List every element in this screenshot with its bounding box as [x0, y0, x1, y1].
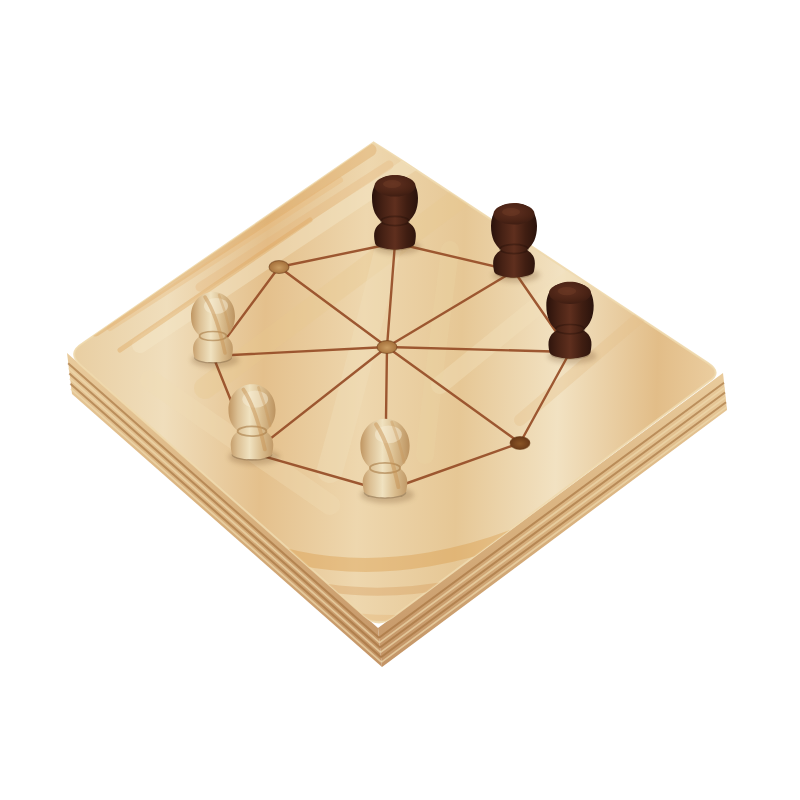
shisima-board [0, 0, 800, 800]
photo-stage [0, 0, 800, 800]
hole-C[interactable] [377, 341, 397, 354]
peg-dark-E[interactable] [546, 282, 596, 364]
hole-SE[interactable] [510, 437, 530, 450]
hole-NW[interactable] [269, 261, 289, 274]
peg-dark-N[interactable] [372, 175, 421, 255]
peg-dark-NE[interactable] [491, 203, 540, 283]
